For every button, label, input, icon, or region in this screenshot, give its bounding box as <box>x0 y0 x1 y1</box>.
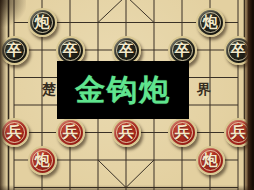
piece-red-soldier[interactable]: 兵 <box>168 118 197 147</box>
piece-glyph: 卒 <box>231 43 246 58</box>
piece-glyph: 兵 <box>7 125 22 140</box>
piece-red-soldier[interactable]: 兵 <box>112 118 141 147</box>
piece-red-cannon[interactable]: 炮 <box>196 146 225 175</box>
piece-red-soldier[interactable]: 兵 <box>0 118 29 147</box>
piece-glyph: 炮 <box>35 153 50 168</box>
xiangqi-board: 楚 界 炮炮卒卒卒卒卒兵兵兵兵兵炮炮 金钩炮 <box>0 0 254 190</box>
piece-glyph: 兵 <box>175 125 190 140</box>
river-label-jie: 界 <box>197 81 211 99</box>
piece-black-cannon[interactable]: 炮 <box>196 8 225 37</box>
piece-red-cannon[interactable]: 炮 <box>28 146 57 175</box>
piece-black-cannon[interactable]: 炮 <box>28 8 57 37</box>
piece-glyph: 兵 <box>231 125 246 140</box>
piece-glyph: 炮 <box>203 153 218 168</box>
opening-title-text: 金钩炮 <box>75 70 171 111</box>
piece-glyph: 卒 <box>175 43 190 58</box>
piece-black-soldier[interactable]: 卒 <box>224 36 253 65</box>
piece-glyph: 炮 <box>35 15 50 30</box>
opening-title-overlay: 金钩炮 <box>57 61 189 119</box>
piece-glyph: 兵 <box>63 125 78 140</box>
piece-glyph: 卒 <box>119 43 134 58</box>
river-label-chu: 楚 <box>42 81 56 99</box>
piece-glyph: 卒 <box>63 43 78 58</box>
piece-glyph: 兵 <box>119 125 134 140</box>
piece-glyph: 卒 <box>7 43 22 58</box>
piece-glyph: 炮 <box>203 15 218 30</box>
piece-red-soldier[interactable]: 兵 <box>224 118 253 147</box>
piece-black-soldier[interactable]: 卒 <box>0 36 29 65</box>
piece-red-soldier[interactable]: 兵 <box>56 118 85 147</box>
